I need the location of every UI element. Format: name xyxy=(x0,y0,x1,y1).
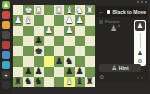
sidebar-item-news[interactable] xyxy=(2,51,10,59)
square-h7[interactable] xyxy=(85,15,95,25)
square-f8[interactable]: ♝ xyxy=(64,5,74,15)
square-a6[interactable] xyxy=(13,26,23,36)
square-c1[interactable]: ♞ xyxy=(34,77,44,87)
white-rook: ♜ xyxy=(55,6,63,15)
black-pawn: ♟ xyxy=(65,67,73,76)
square-c3[interactable] xyxy=(34,56,44,66)
black-pawn: ♟ xyxy=(35,67,43,76)
slider-knob[interactable]: ♟ xyxy=(135,21,145,31)
white-bishop: ♝ xyxy=(65,77,73,86)
window-controls xyxy=(137,1,147,3)
square-e7[interactable] xyxy=(54,15,64,25)
square-b6[interactable] xyxy=(23,26,33,36)
black-rook: ♜ xyxy=(14,77,22,86)
square-f3[interactable]: ♞ xyxy=(64,56,74,66)
black-knight: ♞ xyxy=(35,77,43,86)
white-rook: ♜ xyxy=(86,6,94,15)
sidebar-item-learn[interactable] xyxy=(2,31,10,39)
square-c4[interactable]: ♚ xyxy=(34,46,44,56)
black-pawn: ♟ xyxy=(24,67,32,76)
square-a7[interactable]: ♟ xyxy=(13,15,23,25)
white-pawn: ♟ xyxy=(65,16,73,25)
square-e8[interactable]: ♜ xyxy=(54,5,64,15)
square-h3[interactable] xyxy=(85,56,95,66)
square-e3[interactable]: ♟ xyxy=(54,56,64,66)
sidebar-item-watch[interactable] xyxy=(2,41,10,49)
square-d1[interactable] xyxy=(44,77,54,87)
app-sidebar: ♟+ xyxy=(0,0,12,94)
square-e4[interactable] xyxy=(54,46,64,56)
square-d2[interactable] xyxy=(44,67,54,77)
black-rook: ♜ xyxy=(86,77,94,86)
square-f1[interactable]: ♝ xyxy=(64,77,74,87)
sidebar-item-puzzles[interactable] xyxy=(2,21,10,29)
square-h5[interactable] xyxy=(85,36,95,46)
panel-title: Black to Move xyxy=(112,9,146,15)
white-pawn: ♟ xyxy=(45,26,53,35)
square-e5[interactable] xyxy=(54,36,64,46)
white-king: ♚ xyxy=(24,6,32,15)
square-d7[interactable] xyxy=(44,15,54,25)
square-d5[interactable] xyxy=(44,36,54,46)
white-pawn: ♟ xyxy=(65,26,73,35)
square-a1[interactable]: ♜ xyxy=(13,77,23,87)
square-d6[interactable]: ♟ xyxy=(44,26,54,36)
square-h4[interactable] xyxy=(85,46,95,56)
settings-gear-icon[interactable]: ⚙ xyxy=(99,74,104,80)
square-d4[interactable] xyxy=(44,46,54,56)
square-g6[interactable] xyxy=(75,26,85,36)
black-pawn: ♟ xyxy=(35,36,43,45)
square-f4[interactable] xyxy=(64,46,74,56)
square-g5[interactable] xyxy=(75,36,85,46)
square-g3[interactable] xyxy=(75,56,85,66)
slider-track xyxy=(140,33,141,48)
sidebar-item-play[interactable] xyxy=(2,11,10,19)
hint-button[interactable]: ♙ Hint xyxy=(99,64,141,72)
sidebar-item-settings[interactable] xyxy=(2,81,10,89)
sidebar-item-more[interactable]: + xyxy=(2,71,10,79)
square-a5[interactable] xyxy=(13,36,23,46)
black-king: ♚ xyxy=(35,47,43,56)
white-pawn: ♟ xyxy=(76,16,84,25)
next-move-icon: › xyxy=(141,74,145,80)
panel-header: ← Black to Move xyxy=(96,6,148,17)
black-pawn: ♟ xyxy=(76,67,84,76)
square-b4[interactable] xyxy=(23,46,33,56)
square-e2[interactable] xyxy=(54,67,64,77)
chess-board: ♚♜♜♝♞♜♟♝♟♟♟♟♟♚♟♞♟♟♟♟♜♞♞♝♝♜ xyxy=(13,5,95,87)
black-knight: ♞ xyxy=(65,57,73,66)
black-knight: ♞ xyxy=(24,77,32,86)
move-nav-arrows[interactable]: ‹› xyxy=(137,74,145,80)
square-a4[interactable] xyxy=(13,46,23,56)
board-mini-icon xyxy=(99,20,103,24)
white-rook: ♜ xyxy=(35,6,43,15)
square-b3[interactable] xyxy=(23,56,33,66)
captured-piece-indicator: ♟× xyxy=(110,23,121,33)
panel-bottom-bar: ⚙ ‹› xyxy=(99,74,145,80)
square-c5[interactable]: ♟ xyxy=(34,36,44,46)
sidebar-item-social[interactable] xyxy=(2,61,10,69)
square-b5[interactable] xyxy=(23,36,33,46)
square-h6[interactable] xyxy=(85,26,95,36)
black-pawn: ♟ xyxy=(55,57,63,66)
square-f5[interactable] xyxy=(64,36,74,46)
side-to-move-icon xyxy=(107,10,110,14)
hint-pawn-icon: ♙ xyxy=(111,65,116,71)
white-bishop: ♝ xyxy=(65,6,73,15)
sidebar-item-logo-pawn[interactable]: ♟ xyxy=(2,1,10,9)
square-a8[interactable] xyxy=(13,5,23,15)
square-b1[interactable]: ♞ xyxy=(23,77,33,87)
white-knight: ♞ xyxy=(76,6,84,15)
square-f6[interactable]: ♟ xyxy=(64,26,74,36)
square-e1[interactable] xyxy=(54,77,64,87)
square-d3[interactable] xyxy=(44,56,54,66)
square-f7[interactable]: ♟ xyxy=(64,15,74,25)
white-bishop: ♝ xyxy=(24,16,32,25)
back-arrow-icon[interactable]: ← xyxy=(98,8,105,15)
square-d8[interactable] xyxy=(44,5,54,15)
square-h8[interactable]: ♜ xyxy=(85,5,95,15)
square-h1[interactable]: ♜ xyxy=(85,77,95,87)
square-c7[interactable] xyxy=(34,15,44,25)
square-c8[interactable]: ♜ xyxy=(34,5,44,15)
black-bishop: ♝ xyxy=(76,77,84,86)
square-g7[interactable]: ♟ xyxy=(75,15,85,25)
piece-slider[interactable]: ♟ ♟ ⚙ xyxy=(134,20,146,66)
right-panel: ← Black to Move Practice ♟× ♟ ♟ ⚙ ♙ Hint… xyxy=(96,6,148,82)
square-a3[interactable] xyxy=(13,56,23,66)
square-e6[interactable] xyxy=(54,26,64,36)
square-b8[interactable]: ♚ xyxy=(23,5,33,15)
square-g4[interactable] xyxy=(75,46,85,56)
square-b7[interactable]: ♝ xyxy=(23,15,33,25)
square-g8[interactable]: ♞ xyxy=(75,5,85,15)
slider-piece-icon: ♟ xyxy=(137,50,142,56)
white-pawn: ♟ xyxy=(14,16,22,25)
square-g1[interactable]: ♝ xyxy=(75,77,85,87)
